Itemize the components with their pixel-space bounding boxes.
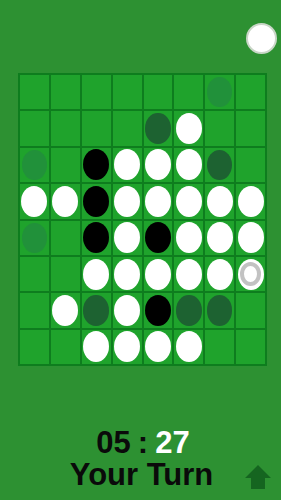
legal-move-hint <box>176 295 201 325</box>
board-cell-e6[interactable] <box>144 257 173 291</box>
board-cell-b2[interactable] <box>51 111 80 145</box>
board-cell-a6[interactable] <box>20 257 49 291</box>
board-cell-c8[interactable] <box>82 330 111 364</box>
legal-move-hint <box>207 77 232 107</box>
board-cell-b1[interactable] <box>51 75 80 109</box>
board-cell-g6[interactable] <box>205 257 234 291</box>
white-disc <box>114 222 140 253</box>
board-cell-d1[interactable] <box>113 75 142 109</box>
board-cell-h1[interactable] <box>236 75 265 109</box>
board-cell-f6[interactable] <box>174 257 203 291</box>
board-cell-e2[interactable] <box>144 111 173 145</box>
board-cell-h4[interactable] <box>236 184 265 218</box>
board-cell-b6[interactable] <box>51 257 80 291</box>
othello-board <box>18 73 267 366</box>
white-disc <box>176 113 202 144</box>
white-disc <box>176 186 202 217</box>
white-disc <box>114 331 140 362</box>
score-separator: : <box>138 425 148 460</box>
game-screen: 05:27 Your Turn <box>0 0 281 500</box>
board-cell-d2[interactable] <box>113 111 142 145</box>
legal-move-hint <box>207 295 232 325</box>
board-cell-a2[interactable] <box>20 111 49 145</box>
board-cell-f1[interactable] <box>174 75 203 109</box>
board-cell-g2[interactable] <box>205 111 234 145</box>
board-cell-a7[interactable] <box>20 293 49 327</box>
board-cell-c4[interactable] <box>82 184 111 218</box>
white-disc <box>83 259 109 290</box>
white-disc <box>238 186 264 217</box>
board-cell-a3[interactable] <box>20 148 49 182</box>
board-cell-g5[interactable] <box>205 221 234 255</box>
board-cell-a8[interactable] <box>20 330 49 364</box>
white-disc <box>176 259 202 290</box>
board-cell-e8[interactable] <box>144 330 173 364</box>
board-cell-c7[interactable] <box>82 293 111 327</box>
black-score: 05 <box>96 425 130 460</box>
white-disc <box>207 222 233 253</box>
turn-label: Your Turn <box>0 459 281 490</box>
black-disc <box>83 222 109 253</box>
board-cell-d6[interactable] <box>113 257 142 291</box>
board-cell-c2[interactable] <box>82 111 111 145</box>
legal-move-hint <box>145 113 170 143</box>
white-disc <box>207 259 233 290</box>
white-disc-last-move <box>238 259 264 290</box>
board-cell-e7[interactable] <box>144 293 173 327</box>
board-cell-h2[interactable] <box>236 111 265 145</box>
board-cell-d4[interactable] <box>113 184 142 218</box>
white-disc <box>145 331 171 362</box>
board-cell-g4[interactable] <box>205 184 234 218</box>
board-cell-e3[interactable] <box>144 148 173 182</box>
board-cell-d8[interactable] <box>113 330 142 364</box>
board-cell-f4[interactable] <box>174 184 203 218</box>
white-disc <box>238 222 264 253</box>
black-disc <box>145 222 171 253</box>
white-disc <box>176 222 202 253</box>
board-cell-f2[interactable] <box>174 111 203 145</box>
legal-move-hint <box>83 295 108 325</box>
legal-move-hint <box>22 223 47 253</box>
board-cell-g7[interactable] <box>205 293 234 327</box>
board-cell-f7[interactable] <box>174 293 203 327</box>
white-disc <box>21 186 47 217</box>
white-score: 27 <box>155 425 189 460</box>
board-cell-c3[interactable] <box>82 148 111 182</box>
board-cell-f8[interactable] <box>174 330 203 364</box>
white-disc <box>176 331 202 362</box>
white-disc-indicator <box>246 23 277 54</box>
white-disc <box>176 149 202 180</box>
home-icon[interactable] <box>243 462 273 492</box>
white-disc <box>52 186 78 217</box>
white-disc <box>145 149 171 180</box>
legal-move-hint <box>207 150 232 180</box>
white-disc <box>52 295 78 326</box>
white-disc <box>145 259 171 290</box>
white-disc <box>207 186 233 217</box>
white-disc <box>114 259 140 290</box>
white-disc <box>145 186 171 217</box>
board-cell-g1[interactable] <box>205 75 234 109</box>
score-display: 05:27 <box>0 427 281 458</box>
last-move-ring <box>240 262 262 287</box>
board-cell-c5[interactable] <box>82 221 111 255</box>
board-cell-a1[interactable] <box>20 75 49 109</box>
board-cell-g3[interactable] <box>205 148 234 182</box>
board-cell-h7[interactable] <box>236 293 265 327</box>
board-cell-c6[interactable] <box>82 257 111 291</box>
board-cell-b3[interactable] <box>51 148 80 182</box>
board-cell-h3[interactable] <box>236 148 265 182</box>
board-cell-a4[interactable] <box>20 184 49 218</box>
legal-move-hint <box>22 150 47 180</box>
board-cell-a5[interactable] <box>20 221 49 255</box>
board-cell-b5[interactable] <box>51 221 80 255</box>
board-cell-b7[interactable] <box>51 293 80 327</box>
board-cell-d7[interactable] <box>113 293 142 327</box>
board-cell-f5[interactable] <box>174 221 203 255</box>
black-disc <box>83 149 109 180</box>
board-cell-e1[interactable] <box>144 75 173 109</box>
white-disc <box>114 295 140 326</box>
board-cell-e5[interactable] <box>144 221 173 255</box>
board-cell-d3[interactable] <box>113 148 142 182</box>
board-cell-h8[interactable] <box>236 330 265 364</box>
board-cell-c1[interactable] <box>82 75 111 109</box>
board-cell-e4[interactable] <box>144 184 173 218</box>
board-cell-d5[interactable] <box>113 221 142 255</box>
board-cell-b4[interactable] <box>51 184 80 218</box>
black-disc <box>145 295 171 326</box>
board-cell-f3[interactable] <box>174 148 203 182</box>
black-disc <box>83 186 109 217</box>
board-cell-b8[interactable] <box>51 330 80 364</box>
white-disc <box>83 331 109 362</box>
white-disc <box>114 149 140 180</box>
board-cell-g8[interactable] <box>205 330 234 364</box>
white-disc <box>114 186 140 217</box>
board-cell-h6[interactable] <box>236 257 265 291</box>
board-cell-h5[interactable] <box>236 221 265 255</box>
